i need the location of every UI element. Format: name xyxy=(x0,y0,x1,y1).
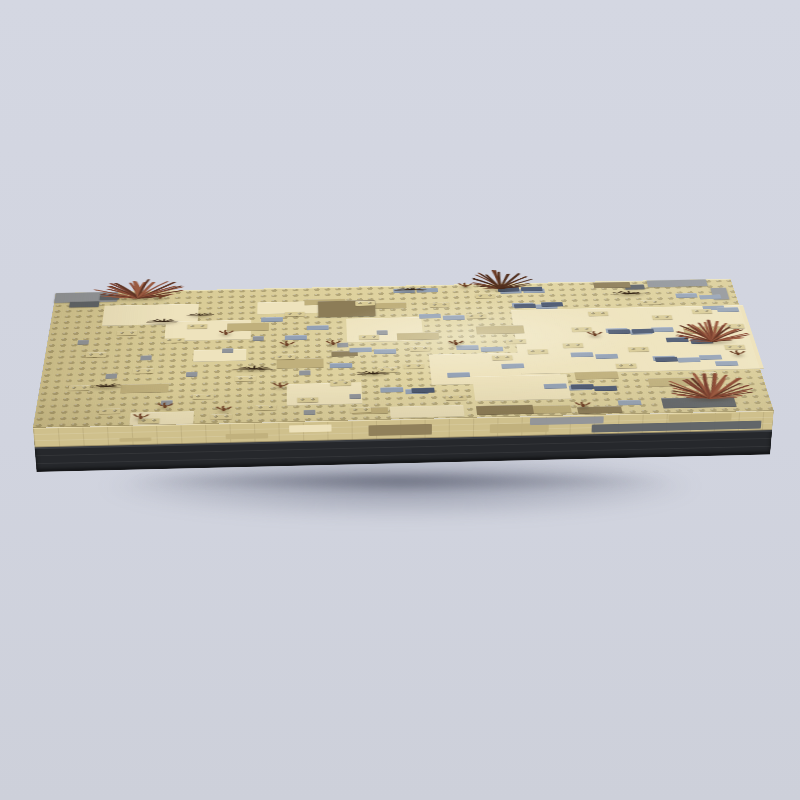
terrain-tile xyxy=(261,317,283,322)
raised-plate xyxy=(475,293,495,298)
plant-ground-shadow xyxy=(87,384,126,390)
raised-plate xyxy=(640,300,661,305)
rock-brick xyxy=(69,301,99,308)
terrain-tile xyxy=(651,327,674,332)
raised-plate xyxy=(117,330,138,335)
raised-plate xyxy=(430,302,450,307)
plant-ground-shadow xyxy=(157,405,172,411)
stem-plant xyxy=(153,401,177,408)
terrain-tile xyxy=(307,325,329,330)
front-wall-patch xyxy=(226,433,269,439)
raised-plate xyxy=(652,315,673,320)
raised-plate xyxy=(466,314,486,319)
spider-plant xyxy=(605,288,653,295)
spider-plant xyxy=(227,362,281,370)
terrain-tile xyxy=(514,303,536,308)
stem-plant xyxy=(445,339,467,345)
plant-ground-shadow xyxy=(133,416,148,422)
plant-ground-shadow xyxy=(681,396,742,403)
terrain-tile xyxy=(716,307,739,312)
spider-plant xyxy=(141,316,188,323)
spider-plant xyxy=(351,368,396,375)
seagrass-bush xyxy=(673,320,750,343)
front-wall-patch xyxy=(369,424,432,436)
terrain-tile xyxy=(699,295,722,300)
stem-plant xyxy=(583,330,606,336)
plant-ground-shadow xyxy=(233,367,276,373)
terrain-tile xyxy=(675,293,698,298)
plant-ground-shadow xyxy=(273,385,288,391)
lego-baseplate-model xyxy=(37,320,770,472)
lego-scene xyxy=(0,0,800,800)
product-photo-stage xyxy=(0,0,800,800)
terrain-tile xyxy=(476,325,525,334)
stem-plant xyxy=(212,404,236,411)
stem-plant xyxy=(269,381,292,388)
stem-plant xyxy=(726,349,750,355)
plant-layer xyxy=(33,279,774,428)
rock-brick xyxy=(646,279,707,287)
seagrass-bush xyxy=(665,373,753,399)
spider-plant xyxy=(183,311,217,316)
seagrass-bush xyxy=(470,270,531,289)
plant-ground-shadow xyxy=(216,408,231,414)
stem-plant xyxy=(571,400,595,407)
spider-plant xyxy=(82,380,131,387)
board-top-surface xyxy=(33,279,774,428)
front-wall-patch xyxy=(289,424,332,432)
seagrass-bush xyxy=(97,279,184,299)
terrain-tile xyxy=(443,315,465,320)
raised-plate xyxy=(285,311,305,316)
terrain-tile xyxy=(541,302,563,307)
plant-ground-shadow xyxy=(449,342,464,348)
raised-plate xyxy=(355,301,375,306)
raised-plate xyxy=(691,309,712,314)
plant-ground-shadow xyxy=(575,404,591,410)
stem-plant xyxy=(276,340,299,346)
terrain-tile xyxy=(631,328,654,333)
stem-plant xyxy=(129,412,153,419)
front-wall-patch xyxy=(668,413,731,422)
raised-plate xyxy=(187,324,207,329)
stem-plant xyxy=(215,329,238,335)
plant-ground-shadow xyxy=(326,342,340,348)
raised-plate xyxy=(588,311,609,316)
terrain-tile xyxy=(375,302,407,309)
plant-ground-shadow xyxy=(730,352,746,358)
spider-plant xyxy=(390,284,433,290)
front-wall-patch xyxy=(119,438,151,442)
terrain-tile xyxy=(608,329,631,334)
plant-ground-shadow xyxy=(280,343,294,349)
terrain-tile xyxy=(419,314,441,319)
stem-plant xyxy=(322,339,344,345)
plant-ground-shadow xyxy=(355,371,391,377)
